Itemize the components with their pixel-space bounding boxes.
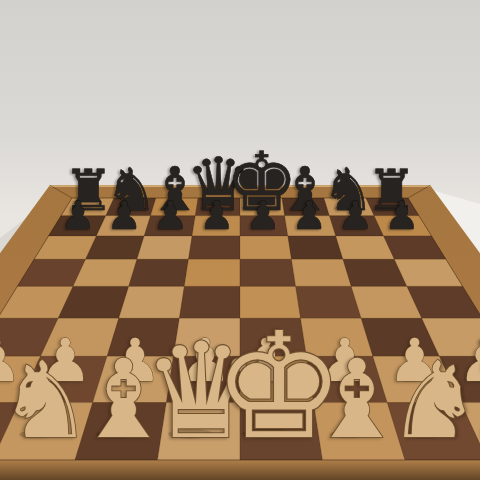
piece-black-pawn-a7: ♟ <box>61 193 96 238</box>
piece-black-pawn-c7: ♟ <box>153 193 188 238</box>
square-f5 <box>292 259 352 286</box>
piece-black-pawn-g7: ♟ <box>338 193 373 238</box>
piece-black-pawn-e7: ♟ <box>246 193 281 238</box>
square-f6 <box>288 236 343 259</box>
square-e6 <box>240 236 292 259</box>
piece-white-rook-h1: ♜ <box>467 342 480 461</box>
piece-black-pawn-d7: ♟ <box>199 193 234 238</box>
square-c6 <box>137 236 192 259</box>
square-e5 <box>240 259 296 286</box>
square-c5 <box>129 259 189 286</box>
chess-board-scene: ♜♞♝♛♚♝♞♜♟♟♟♟♟♟♟♟♟♟♟♟♟♟♟♟♜♞♝♛♚♝♞♜ <box>0 0 480 480</box>
board-front-edge-shadow <box>0 458 480 480</box>
piece-black-pawn-f7: ♟ <box>292 193 327 238</box>
piece-black-pawn-h7: ♟ <box>384 193 419 238</box>
square-d6 <box>189 236 241 259</box>
chess-photo-stage: ♜♞♝♛♚♝♞♜♟♟♟♟♟♟♟♟♟♟♟♟♟♟♟♟♜♞♝♛♚♝♞♜ <box>0 0 480 480</box>
square-d5 <box>184 259 240 286</box>
piece-black-pawn-b7: ♟ <box>107 193 142 238</box>
